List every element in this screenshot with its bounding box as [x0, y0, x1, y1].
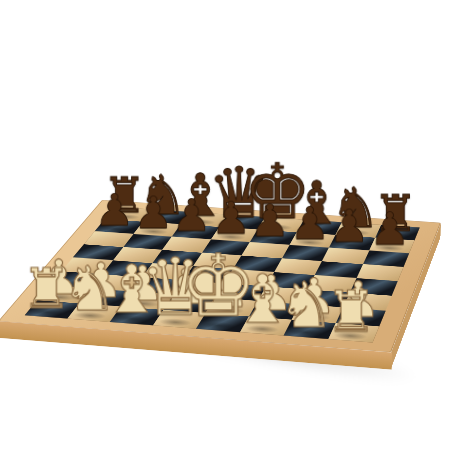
scene: ♜♞♝♛♚♝♞♜♟♟♟♟♟♟♟♟♟♟♟♟♟♟♟♟♜♞♝♛♚♝♞♜	[0, 0, 465, 465]
board-grid: ♜♞♝♛♚♝♞♜♟♟♟♟♟♟♟♟♟♟♟♟♟♟♟♟♜♞♝♛♚♝♞♜	[24, 206, 419, 342]
square-h7[interactable]: ♟	[368, 237, 414, 253]
square-h6[interactable]	[362, 250, 409, 266]
square-h1[interactable]: ♜	[327, 322, 378, 342]
chess-board: ♜♞♝♛♚♝♞♜♟♟♟♟♟♟♟♟♟♟♟♟♟♟♟♟♜♞♝♛♚♝♞♜	[0, 200, 440, 352]
black-pawn[interactable]: ♟	[329, 206, 448, 251]
white-rook[interactable]: ♜	[284, 283, 416, 340]
